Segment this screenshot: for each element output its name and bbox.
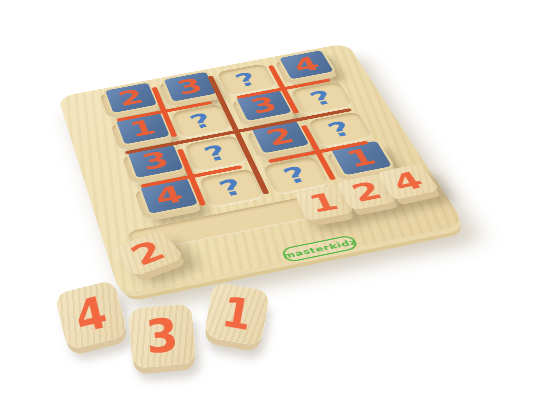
loose-wood-tile-4[interactable]: 4	[54, 279, 128, 350]
loose-wood-tile-3[interactable]: 3	[128, 303, 197, 368]
question-mark: ?	[324, 118, 357, 141]
brand-logo-text: masterkidz	[281, 238, 358, 260]
question-mark: ?	[215, 175, 247, 200]
product-photo-scene: 23?41?3?3?2?4??1 masterkidz 1242 431	[0, 0, 544, 408]
sudoku-board: 23?41?3?3?2?4??1 masterkidz 1242	[58, 43, 465, 295]
loose-wood-tile-1[interactable]: 1	[204, 281, 271, 346]
question-mark: ?	[279, 163, 312, 188]
brand-logo: masterkidz	[280, 234, 359, 262]
blue-number-tile-4[interactable]: 4	[277, 49, 337, 81]
question-mark: ?	[187, 110, 217, 132]
blue-number-tile-2[interactable]: 2	[103, 81, 160, 114]
question-mark: ?	[201, 142, 232, 166]
question-mark: ?	[306, 87, 337, 109]
question-mark: ?	[232, 69, 261, 90]
